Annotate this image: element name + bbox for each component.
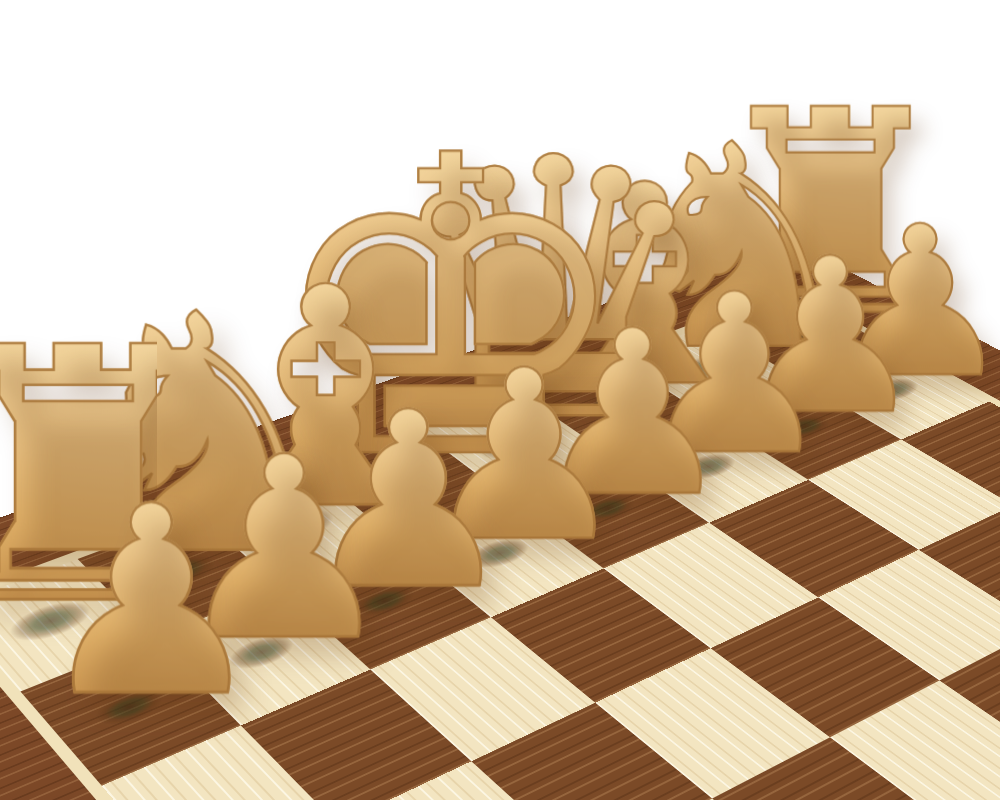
board-photo-stage: ♜♞♝♚♛♝♞♜♟♟♟♟♟♟♟♟ [0,0,1000,800]
chess-board: ♜♞♝♚♛♝♞♜♟♟♟♟♟♟♟♟ [0,239,1000,800]
board-grid: ♜♞♝♚♛♝♞♜♟♟♟♟♟♟♟♟ [0,293,1000,800]
white-pawn-h2: ♟ [0,472,477,732]
perspective-scene: ♜♞♝♚♛♝♞♜♟♟♟♟♟♟♟♟ [0,0,1000,800]
